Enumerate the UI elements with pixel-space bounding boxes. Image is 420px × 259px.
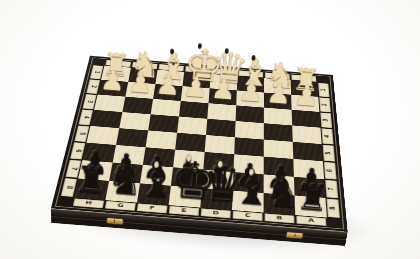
piece-cell-a8: ♜ [295, 195, 327, 217]
rank-label-left-8-text: 8 [65, 185, 73, 189]
rank-label-right-1-text: 1 [320, 89, 327, 92]
file-label-near-b-text: B [277, 216, 283, 221]
file-label-near-e-text: E [181, 208, 187, 213]
file-label-near-f: F [137, 203, 168, 213]
board-3d: HHGGFFEEDDCCBBAA1122334455667788 ♜♞♝♚♛♝♞… [51, 56, 348, 232]
file-label-far-h-text: H [115, 62, 121, 66]
rank-label-right-2: 2 [319, 97, 331, 112]
piece-cell-g8: ♞ [105, 181, 140, 203]
piece-cell-f5 [146, 130, 178, 149]
piece-black-king: ♚ [169, 153, 205, 207]
file-label-far-e-text: E [195, 68, 200, 72]
piece-cell-c8: ♝ [232, 191, 264, 213]
piece-cell-h8: ♜ [74, 178, 109, 200]
rank-label-right-4-text: 4 [324, 135, 331, 138]
piece-cell-h5 [86, 126, 119, 145]
file-label-far-c-text: C [248, 72, 253, 76]
file-label-near-d: D [201, 208, 231, 218]
piece-black-queen: ♛ [200, 159, 235, 209]
file-label-near-c-text: C [245, 213, 251, 218]
file-label-near-h-text: H [85, 201, 92, 206]
file-label-near-a-text: A [308, 218, 314, 223]
piece-cell-g5 [116, 128, 148, 147]
piece-cell-b5 [264, 140, 294, 159]
piece-black-rook: ♜ [295, 178, 329, 216]
file-label-far-g-text: G [142, 64, 148, 68]
rank-label-right-5-text: 5 [325, 151, 332, 154]
file-label-far-a-text: A [301, 76, 306, 80]
file-label-near-g: G [105, 201, 136, 211]
rank-label-right-4: 4 [321, 128, 333, 144]
piece-cell-f8: ♝ [137, 183, 171, 205]
piece-black-knight: ♞ [105, 159, 140, 202]
brass-hinge-right [287, 232, 303, 238]
product-photo-scene: HHGGFFEEDDCCBBAA1122334455667788 ♜♞♝♚♛♝♞… [0, 0, 420, 259]
rank-label-right-2-text: 2 [322, 103, 329, 106]
file-label-near-b: B [265, 213, 295, 223]
file-label-near-h: H [73, 198, 104, 208]
file-label-far-d-text: D [222, 70, 228, 74]
rank-label-right-3: 3 [320, 113, 332, 129]
rank-label-left-1-text: 1 [93, 71, 100, 74]
piece-cell-b8: ♞ [264, 193, 296, 215]
piece-black-bishop: ♝ [137, 159, 172, 204]
file-label-near-c: C [233, 211, 263, 221]
file-label-near-e: E [169, 206, 199, 216]
rank-label-left-5-text: 5 [78, 132, 86, 135]
rank-label-right-5: 5 [323, 145, 335, 162]
file-label-near-g-text: G [117, 203, 124, 208]
rank-label-right-3-text: 3 [323, 119, 330, 122]
file-label-near-d-text: D [212, 211, 219, 216]
rank-label-left-3-text: 3 [86, 100, 93, 103]
piece-black-rook: ♜ [74, 161, 108, 199]
piece-black-knight: ♞ [264, 171, 299, 214]
piece-cell-d8: ♛ [200, 188, 232, 210]
rank-label-right-8-text: 8 [329, 206, 337, 210]
rank-label-right-1: 1 [318, 83, 329, 97]
rank-label-left-4-text: 4 [82, 116, 90, 119]
piece-black-bishop: ♝ [232, 167, 267, 212]
rank-label-left-2-text: 2 [90, 85, 97, 88]
piece-cell-e8: ♚ [169, 186, 202, 208]
file-label-far-f-text: F [169, 66, 174, 70]
file-label-far-b-text: B [275, 74, 280, 78]
file-label-near-a: A [296, 216, 326, 226]
file-label-near-f-text: F [149, 206, 155, 211]
brass-hinge-left [107, 218, 123, 224]
